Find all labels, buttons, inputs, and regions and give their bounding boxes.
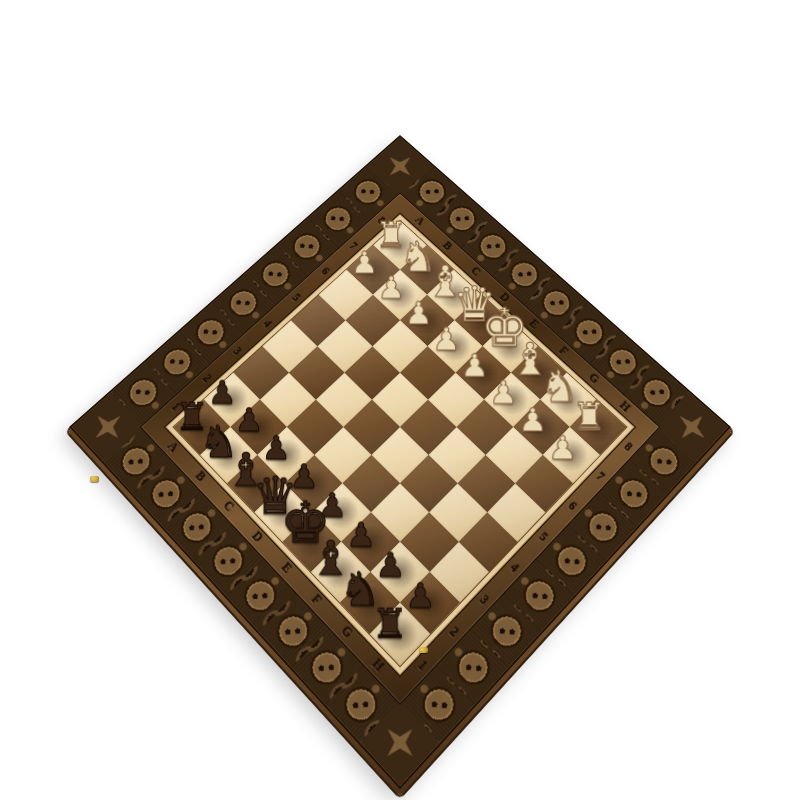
white-pawn[interactable]: ♟: [541, 432, 584, 464]
brass-hinge-left: [90, 476, 99, 482]
photo-scene: ABCDEFGH ABCDEFGH 87654321 87654321 ♜♞♝♛…: [0, 0, 800, 800]
star-icon: [379, 148, 420, 185]
brass-hinge-bottom: [419, 647, 428, 653]
chess-board: ABCDEFGH ABCDEFGH 87654321 87654321 ♜♞♝♛…: [69, 135, 731, 790]
black-rook[interactable]: ♜: [368, 603, 413, 644]
coordinate-band: ABCDEFGH ABCDEFGH 87654321 87654321 ♜♞♝♛…: [141, 194, 659, 704]
square-h5[interactable]: [487, 483, 545, 541]
